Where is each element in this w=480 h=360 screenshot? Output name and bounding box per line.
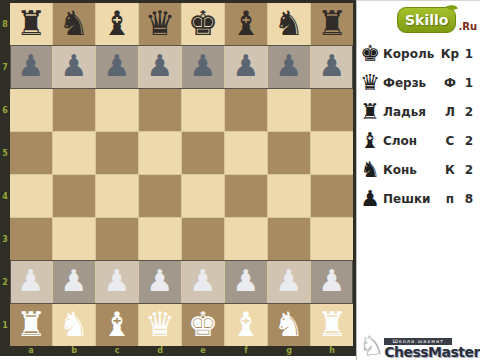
square-d3[interactable] — [139, 218, 181, 260]
legend-piece-abbr: К — [439, 163, 461, 177]
legend-row-king: ♚КорольКр1 — [357, 39, 480, 68]
piece-white-queen: ♛ — [145, 304, 175, 345]
piece-white-pawn: ♟ — [104, 261, 131, 302]
piece-white-king: ♚ — [188, 304, 218, 345]
legend-piece-name: Ладья — [383, 105, 439, 119]
square-g1[interactable]: ♞ — [268, 304, 310, 346]
square-c5[interactable] — [96, 132, 138, 174]
rank-label-7: 7 — [0, 46, 10, 89]
legend-piece-count: 1 — [461, 76, 477, 90]
piece-black-pawn: ♟ — [104, 46, 131, 87]
square-d4[interactable] — [139, 175, 181, 217]
square-a6[interactable] — [10, 89, 52, 131]
legend-piece-abbr: Кр — [439, 47, 461, 61]
piece-white-pawn: ♟ — [190, 261, 217, 302]
rank-label-3: 3 — [0, 218, 10, 261]
piece-white-rook: ♜ — [317, 304, 347, 345]
rank-coordinates: 87654321 — [0, 3, 10, 347]
file-label-g: g — [268, 346, 310, 356]
piece-black-bishop: ♝ — [102, 3, 132, 44]
file-label-h: h — [311, 346, 353, 356]
piece-black-knight: ♞ — [274, 3, 304, 44]
square-f8[interactable]: ♝ — [225, 3, 267, 45]
piece-black-knight: ♞ — [59, 3, 89, 44]
square-f3[interactable] — [225, 218, 267, 260]
piece-black-pawn: ♟ — [147, 46, 174, 87]
legend-piece-name: Конь — [383, 163, 439, 177]
rank-label-6: 6 — [0, 89, 10, 132]
square-d2[interactable]: ♟ — [139, 261, 181, 303]
square-a4[interactable] — [10, 175, 52, 217]
board-squares: ♜♞♝♛♚♝♞♜♟♟♟♟♟♟♟♟♟♟♟♟♟♟♟♟♜♞♝♛♚♝♞♜ — [10, 3, 353, 346]
piece-legend: ♚КорольКр1♛ФерзьФ1♜ЛадьяЛ2♝СлонС2♞КоньК2… — [357, 39, 480, 213]
chessmaster-text-block: Школа шахмат ChessMaster — [384, 338, 480, 359]
piece-white-pawn: ♟ — [319, 261, 346, 302]
square-a2[interactable]: ♟ — [10, 261, 52, 303]
square-h5[interactable] — [311, 132, 353, 174]
square-e1[interactable]: ♚ — [182, 304, 224, 346]
square-h2[interactable]: ♟ — [311, 261, 353, 303]
square-a7[interactable]: ♟ — [10, 46, 52, 88]
square-b5[interactable] — [53, 132, 95, 174]
legend-rook-icon: ♜ — [357, 97, 383, 126]
piece-black-pawn: ♟ — [18, 46, 45, 87]
skillo-logo-box: Skillo — [397, 7, 456, 33]
piece-black-pawn: ♟ — [61, 46, 88, 87]
legend-row-queen: ♛ФерзьФ1 — [357, 68, 480, 97]
chess-board: ♜♞♝♛♚♝♞♜♟♟♟♟♟♟♟♟♟♟♟♟♟♟♟♟♜♞♝♛♚♝♞♜ 8765432… — [0, 0, 356, 356]
square-e2[interactable]: ♟ — [182, 261, 224, 303]
square-b3[interactable] — [53, 218, 95, 260]
skillo-logo: Skillo .Ru — [397, 7, 477, 33]
square-g7[interactable]: ♟ — [268, 46, 310, 88]
square-c2[interactable]: ♟ — [96, 261, 138, 303]
piece-white-pawn: ♟ — [18, 261, 45, 302]
piece-white-pawn: ♟ — [147, 261, 174, 302]
legend-piece-abbr: С — [439, 134, 461, 148]
chessmaster-logo: ♘ Школа шахмат ChessMaster — [359, 332, 480, 359]
piece-black-rook: ♜ — [16, 3, 46, 44]
square-a1[interactable]: ♜ — [10, 304, 52, 346]
square-g4[interactable] — [268, 175, 310, 217]
piece-black-pawn: ♟ — [190, 46, 217, 87]
square-h3[interactable] — [311, 218, 353, 260]
square-e3[interactable] — [182, 218, 224, 260]
square-c4[interactable] — [96, 175, 138, 217]
square-b8[interactable]: ♞ — [53, 3, 95, 45]
legend-piece-name: Пешки — [383, 192, 439, 206]
square-d6[interactable] — [139, 89, 181, 131]
chessmaster-knight-icon: ♘ — [357, 330, 385, 360]
square-d5[interactable] — [139, 132, 181, 174]
legend-pawns-icon: ♟ — [357, 184, 383, 213]
square-d1[interactable]: ♛ — [139, 304, 181, 346]
legend-bishop-icon: ♝ — [357, 126, 383, 155]
legend-row-knight: ♞КоньК2 — [357, 155, 480, 184]
square-g5[interactable] — [268, 132, 310, 174]
square-b2[interactable]: ♟ — [53, 261, 95, 303]
rank-label-2: 2 — [0, 261, 10, 304]
piece-black-pawn: ♟ — [233, 46, 260, 87]
square-g3[interactable] — [268, 218, 310, 260]
rank-label-8: 8 — [0, 3, 10, 46]
legend-knight-icon: ♞ — [357, 155, 383, 184]
square-d7[interactable]: ♟ — [139, 46, 181, 88]
video-frame: ♜♞♝♛♚♝♞♜♟♟♟♟♟♟♟♟♟♟♟♟♟♟♟♟♜♞♝♛♚♝♞♜ 8765432… — [0, 0, 480, 360]
piece-white-pawn: ♟ — [276, 261, 303, 302]
legend-piece-count: 2 — [461, 163, 477, 177]
square-a5[interactable] — [10, 132, 52, 174]
file-label-a: a — [10, 346, 52, 356]
square-c3[interactable] — [96, 218, 138, 260]
square-h8[interactable]: ♜ — [311, 3, 353, 45]
square-b7[interactable]: ♟ — [53, 46, 95, 88]
square-h6[interactable] — [311, 89, 353, 131]
side-panel: Skillo .Ru ♚КорольКр1♛ФерзьФ1♜ЛадьяЛ2♝Сл… — [356, 0, 480, 360]
piece-black-pawn: ♟ — [319, 46, 346, 87]
piece-white-knight: ♞ — [274, 304, 304, 345]
file-label-f: f — [225, 346, 267, 356]
square-c7[interactable]: ♟ — [96, 46, 138, 88]
piece-black-bishop: ♝ — [231, 3, 261, 44]
file-label-e: e — [182, 346, 224, 356]
piece-white-bishop: ♝ — [102, 304, 132, 345]
legend-row-rook: ♜ЛадьяЛ2 — [357, 97, 480, 126]
chessmaster-name-text: ChessMaster — [384, 345, 480, 359]
piece-white-knight: ♞ — [59, 304, 89, 345]
file-coordinates: abcdefgh — [10, 346, 353, 356]
square-f2[interactable]: ♟ — [225, 261, 267, 303]
square-h1[interactable]: ♜ — [311, 304, 353, 346]
piece-white-pawn: ♟ — [61, 261, 88, 302]
file-label-c: c — [96, 346, 138, 356]
legend-piece-abbr: Л — [439, 105, 461, 119]
skillo-logo-suffix: .Ru — [458, 21, 477, 33]
legend-piece-name: Ферзь — [383, 76, 439, 90]
rank-label-5: 5 — [0, 132, 10, 175]
square-d8[interactable]: ♛ — [139, 3, 181, 45]
legend-piece-abbr: п — [439, 192, 461, 206]
rank-label-1: 1 — [0, 304, 10, 347]
square-a8[interactable]: ♜ — [10, 3, 52, 45]
square-c1[interactable]: ♝ — [96, 304, 138, 346]
rank-label-4: 4 — [0, 175, 10, 218]
square-e7[interactable]: ♟ — [182, 46, 224, 88]
piece-white-rook: ♜ — [16, 304, 46, 345]
legend-piece-name: Король — [383, 47, 439, 61]
square-e8[interactable]: ♚ — [182, 3, 224, 45]
square-h7[interactable]: ♟ — [311, 46, 353, 88]
legend-piece-count: 2 — [461, 105, 477, 119]
square-a3[interactable] — [10, 218, 52, 260]
square-e5[interactable] — [182, 132, 224, 174]
square-g2[interactable]: ♟ — [268, 261, 310, 303]
square-h4[interactable] — [311, 175, 353, 217]
piece-white-pawn: ♟ — [233, 261, 260, 302]
piece-black-pawn: ♟ — [276, 46, 303, 87]
legend-queen-icon: ♛ — [357, 68, 383, 97]
file-label-d: d — [139, 346, 181, 356]
legend-king-icon: ♚ — [357, 39, 383, 68]
piece-black-king: ♚ — [188, 3, 218, 44]
square-g6[interactable] — [268, 89, 310, 131]
square-b4[interactable] — [53, 175, 95, 217]
square-f5[interactable] — [225, 132, 267, 174]
square-c6[interactable] — [96, 89, 138, 131]
piece-black-queen: ♛ — [145, 3, 175, 44]
square-f4[interactable] — [225, 175, 267, 217]
legend-piece-count: 1 — [461, 47, 477, 61]
square-c8[interactable]: ♝ — [96, 3, 138, 45]
file-label-b: b — [53, 346, 95, 356]
square-b1[interactable]: ♞ — [53, 304, 95, 346]
legend-piece-count: 2 — [461, 134, 477, 148]
square-f6[interactable] — [225, 89, 267, 131]
square-b6[interactable] — [53, 89, 95, 131]
square-e4[interactable] — [182, 175, 224, 217]
square-f7[interactable]: ♟ — [225, 46, 267, 88]
square-e6[interactable] — [182, 89, 224, 131]
legend-piece-count: 8 — [461, 192, 477, 206]
square-g8[interactable]: ♞ — [268, 3, 310, 45]
piece-black-rook: ♜ — [317, 3, 347, 44]
skillo-logo-text: Skillo — [405, 12, 448, 28]
legend-piece-name: Слон — [383, 134, 439, 148]
legend-row-bishop: ♝СлонС2 — [357, 126, 480, 155]
legend-piece-abbr: Ф — [439, 76, 461, 90]
square-f1[interactable]: ♝ — [225, 304, 267, 346]
legend-row-pawns: ♟Пешкип8 — [357, 184, 480, 213]
piece-white-bishop: ♝ — [231, 304, 261, 345]
